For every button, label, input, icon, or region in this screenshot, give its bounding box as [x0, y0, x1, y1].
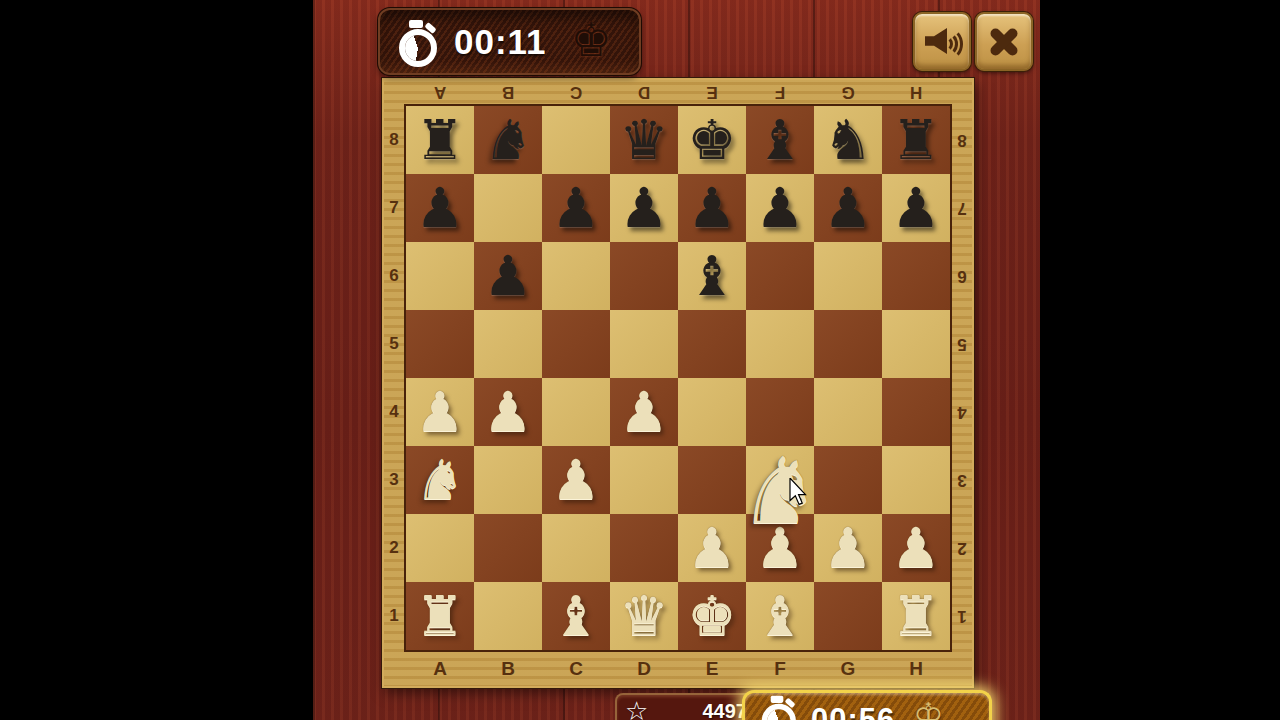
white-pawn-a4[interactable]: ♟ [406, 378, 474, 446]
file-label-top-b: B [474, 78, 542, 106]
square-b2[interactable] [474, 514, 542, 582]
white-bishop-c1[interactable]: ♝ [542, 582, 610, 650]
rank-label-right-5: 5 [950, 310, 974, 378]
rank-label-right-8: 8 [950, 106, 974, 174]
square-d5[interactable] [610, 310, 678, 378]
square-c4[interactable] [542, 378, 610, 446]
square-c8[interactable] [542, 106, 610, 174]
rank-label-left-7: 7 [382, 174, 406, 242]
square-f4[interactable] [746, 378, 814, 446]
board-grid: ♜♞♛♚♝♞♜♟♟♟♟♟♟♟♟♝♟♟♟♞♟♞♟♟♟♟♜♝♛♚♝♜ [406, 106, 950, 650]
file-label-top-d: D [610, 78, 678, 106]
square-d2[interactable] [610, 514, 678, 582]
rank-label-right-3: 3 [950, 446, 974, 514]
black-pawn-b6[interactable]: ♟ [474, 242, 542, 310]
rank-label-left-6: 6 [382, 242, 406, 310]
white-knight-a3[interactable]: ♞ [406, 446, 474, 514]
speaker-icon [925, 28, 961, 54]
square-a6[interactable] [406, 242, 474, 310]
game-stage: ABCDEFGH 87654321 87654321 ABCDEFGH ♜♞♛♚… [0, 0, 1280, 720]
stopwatch-icon [759, 693, 797, 720]
white-pawn-h2[interactable]: ♟ [882, 514, 950, 582]
mouse-cursor [786, 478, 810, 506]
rank-label-right-6: 6 [950, 242, 974, 310]
file-label-top-g: G [814, 78, 882, 106]
file-label-top-f: F [746, 78, 814, 106]
white-clock-panel: 00:56 ♔ [742, 690, 992, 720]
file-labels-top: ABCDEFGH [406, 78, 950, 106]
file-label-bottom-e: E [678, 650, 746, 688]
square-b3[interactable] [474, 446, 542, 514]
white-pawn-e2[interactable]: ♟ [678, 514, 746, 582]
file-label-bottom-b: B [474, 650, 542, 688]
rank-label-left-2: 2 [382, 514, 406, 582]
square-a5[interactable] [406, 310, 474, 378]
sound-button[interactable] [913, 12, 971, 71]
white-king-e1[interactable]: ♚ [678, 582, 746, 650]
file-label-top-e: E [678, 78, 746, 106]
rank-label-right-7: 7 [950, 174, 974, 242]
black-pawn-e7[interactable]: ♟ [678, 174, 746, 242]
close-icon [977, 14, 1031, 69]
white-queen-d1[interactable]: ♛ [610, 582, 678, 650]
square-h3[interactable] [882, 446, 950, 514]
file-label-bottom-h: H [882, 650, 950, 688]
file-labels-bottom: ABCDEFGH [406, 650, 950, 688]
file-label-bottom-g: G [814, 650, 882, 688]
white-pawn-d4[interactable]: ♟ [610, 378, 678, 446]
square-h5[interactable] [882, 310, 950, 378]
black-clock-time: 00:11 [454, 22, 547, 62]
square-f5[interactable] [746, 310, 814, 378]
rank-label-left-3: 3 [382, 446, 406, 514]
star-icon: ☆ [625, 697, 648, 720]
black-pawn-d7[interactable]: ♟ [610, 174, 678, 242]
black-king-icon: ♚ [571, 13, 612, 67]
black-clock-panel: 00:11 ♚ [378, 8, 641, 75]
black-rook-h8[interactable]: ♜ [882, 106, 950, 174]
score-panel: ☆ 4497 [615, 693, 757, 720]
square-d6[interactable] [610, 242, 678, 310]
square-b1[interactable] [474, 582, 542, 650]
square-b7[interactable] [474, 174, 542, 242]
rank-label-left-8: 8 [382, 106, 406, 174]
file-label-bottom-d: D [610, 650, 678, 688]
square-a2[interactable] [406, 514, 474, 582]
file-label-top-h: H [882, 78, 950, 106]
white-king-icon: ♔ [913, 695, 943, 720]
file-label-bottom-f: F [746, 650, 814, 688]
close-button[interactable] [975, 12, 1033, 71]
chess-board: ABCDEFGH 87654321 87654321 ABCDEFGH ♜♞♛♚… [382, 78, 974, 688]
black-pawn-a7[interactable]: ♟ [406, 174, 474, 242]
file-label-top-a: A [406, 78, 474, 106]
black-pawn-g7[interactable]: ♟ [814, 174, 882, 242]
file-label-bottom-c: C [542, 650, 610, 688]
square-e5[interactable] [678, 310, 746, 378]
black-king-e8[interactable]: ♚ [678, 106, 746, 174]
file-label-top-c: C [542, 78, 610, 106]
square-e4[interactable] [678, 378, 746, 446]
square-f6[interactable] [746, 242, 814, 310]
rank-labels-left: 87654321 [382, 106, 406, 650]
white-pawn-c3[interactable]: ♟ [542, 446, 610, 514]
white-bishop-f1[interactable]: ♝ [746, 582, 814, 650]
square-b5[interactable] [474, 310, 542, 378]
square-c2[interactable] [542, 514, 610, 582]
square-e3[interactable] [678, 446, 746, 514]
square-d3[interactable] [610, 446, 678, 514]
black-pawn-h7[interactable]: ♟ [882, 174, 950, 242]
square-g3[interactable] [814, 446, 882, 514]
white-clock-time: 00:56 [811, 702, 895, 720]
square-g6[interactable] [814, 242, 882, 310]
white-rook-h1[interactable]: ♜ [882, 582, 950, 650]
square-g4[interactable] [814, 378, 882, 446]
white-pawn-g2[interactable]: ♟ [814, 514, 882, 582]
square-h4[interactable] [882, 378, 950, 446]
black-knight-b8[interactable]: ♞ [474, 106, 542, 174]
rank-label-right-2: 2 [950, 514, 974, 582]
black-pawn-f7[interactable]: ♟ [746, 174, 814, 242]
square-c6[interactable] [542, 242, 610, 310]
rank-label-left-1: 1 [382, 582, 406, 650]
rank-label-left-4: 4 [382, 378, 406, 446]
score-value: 4497 [703, 700, 748, 720]
black-bishop-e6[interactable]: ♝ [678, 242, 746, 310]
rank-label-right-4: 4 [950, 378, 974, 446]
black-rook-a8[interactable]: ♜ [406, 106, 474, 174]
stopwatch-icon [396, 17, 438, 67]
square-c5[interactable] [542, 310, 610, 378]
black-bishop-f8[interactable]: ♝ [746, 106, 814, 174]
rank-label-left-5: 5 [382, 310, 406, 378]
file-label-bottom-a: A [406, 650, 474, 688]
white-rook-a1[interactable]: ♜ [406, 582, 474, 650]
black-pawn-c7[interactable]: ♟ [542, 174, 610, 242]
square-h6[interactable] [882, 242, 950, 310]
square-g5[interactable] [814, 310, 882, 378]
black-queen-d8[interactable]: ♛ [610, 106, 678, 174]
rank-label-right-1: 1 [950, 582, 974, 650]
white-pawn-b4[interactable]: ♟ [474, 378, 542, 446]
black-knight-g8[interactable]: ♞ [814, 106, 882, 174]
square-g1[interactable] [814, 582, 882, 650]
rank-labels-right: 87654321 [950, 106, 974, 650]
